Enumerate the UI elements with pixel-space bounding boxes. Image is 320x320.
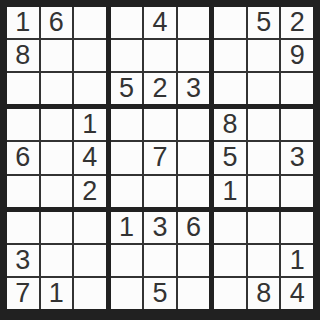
cell-r2c1[interactable]: 8 — [7, 40, 39, 71]
cell-r6c6[interactable] — [178, 176, 210, 207]
cell-r8c6[interactable] — [178, 245, 210, 276]
cell-r5c9[interactable]: 3 — [281, 142, 313, 173]
sudoku-box-7: 371 — [7, 212, 106, 309]
cell-r9c1[interactable]: 7 — [7, 278, 39, 309]
cell-r7c8[interactable] — [248, 212, 280, 243]
sudoku-box-5: 7 — [111, 109, 210, 206]
cell-r9c6[interactable] — [178, 278, 210, 309]
cell-r9c2[interactable]: 1 — [41, 278, 73, 309]
cell-r6c2[interactable] — [41, 176, 73, 207]
sudoku-box-2: 4523 — [111, 7, 210, 104]
cell-r6c4[interactable] — [111, 176, 143, 207]
cell-r1c9[interactable]: 2 — [281, 7, 313, 38]
cell-r6c3[interactable]: 2 — [74, 176, 106, 207]
cell-r1c2[interactable]: 6 — [41, 7, 73, 38]
cell-r8c7[interactable] — [214, 245, 246, 276]
cell-r3c6[interactable]: 3 — [178, 73, 210, 104]
sudoku-box-1: 168 — [7, 7, 106, 104]
cell-r5c4[interactable] — [111, 142, 143, 173]
cell-r2c7[interactable] — [214, 40, 246, 71]
cell-r9c7[interactable] — [214, 278, 246, 309]
cell-r6c1[interactable] — [7, 176, 39, 207]
cell-r3c8[interactable] — [248, 73, 280, 104]
cell-r9c3[interactable] — [74, 278, 106, 309]
sudoku-box-4: 1642 — [7, 109, 106, 206]
cell-r7c9[interactable] — [281, 212, 313, 243]
cell-r2c4[interactable] — [111, 40, 143, 71]
cell-r1c8[interactable]: 5 — [248, 7, 280, 38]
cell-r4c4[interactable] — [111, 109, 143, 140]
cell-r2c2[interactable] — [41, 40, 73, 71]
cell-r8c9[interactable]: 1 — [281, 245, 313, 276]
cell-r1c1[interactable]: 1 — [7, 7, 39, 38]
sudoku-box-3: 529 — [214, 7, 313, 104]
cell-r5c1[interactable]: 6 — [7, 142, 39, 173]
cell-r5c6[interactable] — [178, 142, 210, 173]
cell-r3c2[interactable] — [41, 73, 73, 104]
sudoku-box-6: 8531 — [214, 109, 313, 206]
cell-r2c3[interactable] — [74, 40, 106, 71]
cell-r4c9[interactable] — [281, 109, 313, 140]
cell-r7c5[interactable]: 3 — [144, 212, 176, 243]
cell-r7c2[interactable] — [41, 212, 73, 243]
cell-r8c2[interactable] — [41, 245, 73, 276]
cell-r9c9[interactable]: 4 — [281, 278, 313, 309]
cell-r3c1[interactable] — [7, 73, 39, 104]
sudoku-screen: 168 4523 529 1642 7 8531 371 1365 184 — [0, 0, 320, 320]
cell-r3c9[interactable] — [281, 73, 313, 104]
cell-r4c1[interactable] — [7, 109, 39, 140]
cell-r7c1[interactable] — [7, 212, 39, 243]
cell-r6c5[interactable] — [144, 176, 176, 207]
cell-r1c6[interactable] — [178, 7, 210, 38]
cell-r2c5[interactable] — [144, 40, 176, 71]
cell-r4c8[interactable] — [248, 109, 280, 140]
cell-r5c7[interactable]: 5 — [214, 142, 246, 173]
cell-r3c4[interactable]: 5 — [111, 73, 143, 104]
cell-r7c7[interactable] — [214, 212, 246, 243]
cell-r1c4[interactable] — [111, 7, 143, 38]
cell-r2c8[interactable] — [248, 40, 280, 71]
cell-r3c7[interactable] — [214, 73, 246, 104]
cell-r5c5[interactable]: 7 — [144, 142, 176, 173]
sudoku-board: 168 4523 529 1642 7 8531 371 1365 184 — [7, 7, 313, 309]
cell-r4c3[interactable]: 1 — [74, 109, 106, 140]
cell-r1c7[interactable] — [214, 7, 246, 38]
cell-r8c8[interactable] — [248, 245, 280, 276]
cell-r8c5[interactable] — [144, 245, 176, 276]
cell-r2c6[interactable] — [178, 40, 210, 71]
cell-r7c6[interactable]: 6 — [178, 212, 210, 243]
cell-r5c2[interactable] — [41, 142, 73, 173]
cell-r4c2[interactable] — [41, 109, 73, 140]
cell-r4c5[interactable] — [144, 109, 176, 140]
cell-r3c3[interactable] — [74, 73, 106, 104]
cell-r7c3[interactable] — [74, 212, 106, 243]
cell-r5c8[interactable] — [248, 142, 280, 173]
cell-r2c9[interactable]: 9 — [281, 40, 313, 71]
cell-r6c9[interactable] — [281, 176, 313, 207]
cell-r9c5[interactable]: 5 — [144, 278, 176, 309]
cell-r1c5[interactable]: 4 — [144, 7, 176, 38]
cell-r8c4[interactable] — [111, 245, 143, 276]
cell-r8c1[interactable]: 3 — [7, 245, 39, 276]
cell-r6c7[interactable]: 1 — [214, 176, 246, 207]
cell-r1c3[interactable] — [74, 7, 106, 38]
cell-r4c7[interactable]: 8 — [214, 109, 246, 140]
cell-r3c5[interactable]: 2 — [144, 73, 176, 104]
cell-r8c3[interactable] — [74, 245, 106, 276]
cell-r6c8[interactable] — [248, 176, 280, 207]
cell-r4c6[interactable] — [178, 109, 210, 140]
sudoku-box-8: 1365 — [111, 212, 210, 309]
cell-r9c8[interactable]: 8 — [248, 278, 280, 309]
cell-r5c3[interactable]: 4 — [74, 142, 106, 173]
cell-r9c4[interactable] — [111, 278, 143, 309]
cell-r7c4[interactable]: 1 — [111, 212, 143, 243]
sudoku-box-9: 184 — [214, 212, 313, 309]
